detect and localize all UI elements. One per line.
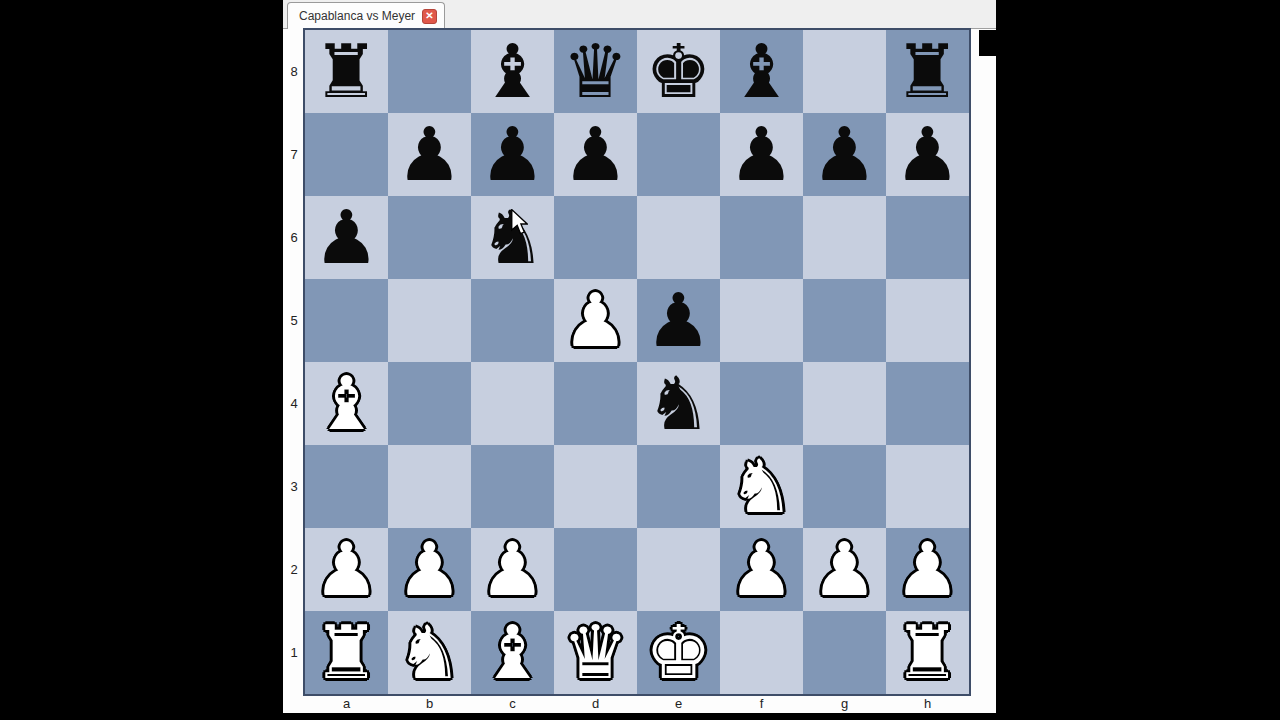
piece-black-pawn-g7[interactable]: ♟ bbox=[803, 113, 886, 196]
piece-white-knight-b1[interactable]: ♞ bbox=[388, 611, 471, 694]
piece-black-pawn-e5[interactable]: ♟ bbox=[637, 279, 720, 362]
square-a1[interactable]: ♜ bbox=[305, 611, 388, 694]
rank-label-6: 6 bbox=[283, 196, 305, 279]
square-g5[interactable] bbox=[803, 279, 886, 362]
tab-bar: Capablanca vs Meyer ✕ bbox=[283, 0, 996, 29]
piece-white-bishop-c1[interactable]: ♝ bbox=[471, 611, 554, 694]
square-a2[interactable]: ♟ bbox=[305, 528, 388, 611]
square-b2[interactable]: ♟ bbox=[388, 528, 471, 611]
scrollbar-fragment bbox=[979, 30, 996, 56]
piece-black-pawn-c7[interactable]: ♟ bbox=[471, 113, 554, 196]
file-label-e: e bbox=[637, 694, 720, 713]
square-g4[interactable] bbox=[803, 362, 886, 445]
piece-black-pawn-d7[interactable]: ♟ bbox=[554, 113, 637, 196]
square-d3[interactable] bbox=[554, 445, 637, 528]
square-f5[interactable] bbox=[720, 279, 803, 362]
square-e8[interactable]: ♚ bbox=[637, 30, 720, 113]
file-label-d: d bbox=[554, 694, 637, 713]
square-a3[interactable] bbox=[305, 445, 388, 528]
square-b7[interactable]: ♟ bbox=[388, 113, 471, 196]
square-h6[interactable] bbox=[886, 196, 969, 279]
piece-black-pawn-f7[interactable]: ♟ bbox=[720, 113, 803, 196]
square-a8[interactable]: ♜ bbox=[305, 30, 388, 113]
file-label-c: c bbox=[471, 694, 554, 713]
square-c2[interactable]: ♟ bbox=[471, 528, 554, 611]
piece-white-knight-f3[interactable]: ♞ bbox=[720, 445, 803, 528]
piece-black-pawn-a6[interactable]: ♟ bbox=[305, 196, 388, 279]
square-b3[interactable] bbox=[388, 445, 471, 528]
square-d7[interactable]: ♟ bbox=[554, 113, 637, 196]
piece-black-king-e8[interactable]: ♚ bbox=[637, 30, 720, 113]
square-d2[interactable] bbox=[554, 528, 637, 611]
square-c5[interactable] bbox=[471, 279, 554, 362]
square-f6[interactable] bbox=[720, 196, 803, 279]
square-e1[interactable]: ♚ bbox=[637, 611, 720, 694]
file-label-f: f bbox=[720, 694, 803, 713]
rank-label-8: 8 bbox=[283, 30, 305, 113]
square-c7[interactable]: ♟ bbox=[471, 113, 554, 196]
piece-black-rook-h8[interactable]: ♜ bbox=[886, 30, 969, 113]
square-d1[interactable]: ♛ bbox=[554, 611, 637, 694]
square-f1[interactable] bbox=[720, 611, 803, 694]
file-label-h: h bbox=[886, 694, 969, 713]
square-a6[interactable]: ♟ bbox=[305, 196, 388, 279]
file-label-g: g bbox=[803, 694, 886, 713]
square-g6[interactable] bbox=[803, 196, 886, 279]
piece-white-pawn-a2[interactable]: ♟ bbox=[305, 528, 388, 611]
square-f4[interactable] bbox=[720, 362, 803, 445]
square-b4[interactable] bbox=[388, 362, 471, 445]
square-e5[interactable]: ♟ bbox=[637, 279, 720, 362]
rank-label-2: 2 bbox=[283, 528, 305, 611]
rank-label-7: 7 bbox=[283, 113, 305, 196]
piece-white-bishop-a4[interactable]: ♝ bbox=[305, 362, 388, 445]
piece-white-rook-a1[interactable]: ♜ bbox=[305, 611, 388, 694]
chess-board: ♜♝♛♚♝♜♟♟♟♟♟♟♟♞♟♟♝♞♞♟♟♟♟♟♟♜♞♝♛♚♜ bbox=[305, 30, 969, 694]
square-f2[interactable]: ♟ bbox=[720, 528, 803, 611]
square-e2[interactable] bbox=[637, 528, 720, 611]
tab-close-icon[interactable]: ✕ bbox=[422, 9, 437, 24]
square-g7[interactable]: ♟ bbox=[803, 113, 886, 196]
piece-black-bishop-f8[interactable]: ♝ bbox=[720, 30, 803, 113]
square-d6[interactable] bbox=[554, 196, 637, 279]
square-b8[interactable] bbox=[388, 30, 471, 113]
tab-label: Capablanca vs Meyer bbox=[299, 9, 415, 23]
piece-black-queen-d8[interactable]: ♛ bbox=[554, 30, 637, 113]
chess-app-window: Capablanca vs Meyer ✕ 87654321 ♜♝♛♚♝♜♟♟♟… bbox=[283, 0, 996, 713]
piece-black-rook-a8[interactable]: ♜ bbox=[305, 30, 388, 113]
piece-black-pawn-b7[interactable]: ♟ bbox=[388, 113, 471, 196]
rank-label-4: 4 bbox=[283, 362, 305, 445]
rank-label-3: 3 bbox=[283, 445, 305, 528]
square-g3[interactable] bbox=[803, 445, 886, 528]
piece-white-rook-h1[interactable]: ♜ bbox=[886, 611, 969, 694]
square-h5[interactable] bbox=[886, 279, 969, 362]
square-h2[interactable]: ♟ bbox=[886, 528, 969, 611]
square-a4[interactable]: ♝ bbox=[305, 362, 388, 445]
piece-white-queen-d1[interactable]: ♛ bbox=[554, 611, 637, 694]
square-h8[interactable]: ♜ bbox=[886, 30, 969, 113]
square-e6[interactable] bbox=[637, 196, 720, 279]
square-f8[interactable]: ♝ bbox=[720, 30, 803, 113]
square-h1[interactable]: ♜ bbox=[886, 611, 969, 694]
square-e4[interactable]: ♞ bbox=[637, 362, 720, 445]
tab-capablanca-vs-meyer[interactable]: Capablanca vs Meyer ✕ bbox=[287, 2, 445, 29]
piece-white-pawn-b2[interactable]: ♟ bbox=[388, 528, 471, 611]
square-a7[interactable] bbox=[305, 113, 388, 196]
file-label-b: b bbox=[388, 694, 471, 713]
square-h3[interactable] bbox=[886, 445, 969, 528]
square-a5[interactable] bbox=[305, 279, 388, 362]
square-c6[interactable]: ♞ bbox=[471, 196, 554, 279]
square-h4[interactable] bbox=[886, 362, 969, 445]
square-b1[interactable]: ♞ bbox=[388, 611, 471, 694]
square-g1[interactable] bbox=[803, 611, 886, 694]
file-label-a: a bbox=[305, 694, 388, 713]
square-c8[interactable]: ♝ bbox=[471, 30, 554, 113]
square-d4[interactable] bbox=[554, 362, 637, 445]
square-c4[interactable] bbox=[471, 362, 554, 445]
square-d5[interactable]: ♟ bbox=[554, 279, 637, 362]
square-g8[interactable] bbox=[803, 30, 886, 113]
piece-white-pawn-d5[interactable]: ♟ bbox=[554, 279, 637, 362]
file-labels: abcdefgh bbox=[305, 694, 969, 713]
square-f7[interactable]: ♟ bbox=[720, 113, 803, 196]
rank-label-5: 5 bbox=[283, 279, 305, 362]
piece-black-knight-e4[interactable]: ♞ bbox=[637, 362, 720, 445]
square-g2[interactable]: ♟ bbox=[803, 528, 886, 611]
piece-white-king-e1[interactable]: ♚ bbox=[637, 611, 720, 694]
square-h7[interactable]: ♟ bbox=[886, 113, 969, 196]
rank-label-1: 1 bbox=[283, 611, 305, 694]
piece-white-pawn-c2[interactable]: ♟ bbox=[471, 528, 554, 611]
square-b5[interactable] bbox=[388, 279, 471, 362]
piece-black-pawn-h7[interactable]: ♟ bbox=[886, 113, 969, 196]
piece-white-pawn-f2[interactable]: ♟ bbox=[720, 528, 803, 611]
piece-white-pawn-h2[interactable]: ♟ bbox=[886, 528, 969, 611]
piece-black-knight-c6[interactable]: ♞ bbox=[471, 196, 554, 279]
rank-labels: 87654321 bbox=[283, 30, 305, 694]
square-c3[interactable] bbox=[471, 445, 554, 528]
square-d8[interactable]: ♛ bbox=[554, 30, 637, 113]
piece-white-pawn-g2[interactable]: ♟ bbox=[803, 528, 886, 611]
square-f3[interactable]: ♞ bbox=[720, 445, 803, 528]
square-e7[interactable] bbox=[637, 113, 720, 196]
square-e3[interactable] bbox=[637, 445, 720, 528]
square-c1[interactable]: ♝ bbox=[471, 611, 554, 694]
square-b6[interactable] bbox=[388, 196, 471, 279]
piece-black-bishop-c8[interactable]: ♝ bbox=[471, 30, 554, 113]
